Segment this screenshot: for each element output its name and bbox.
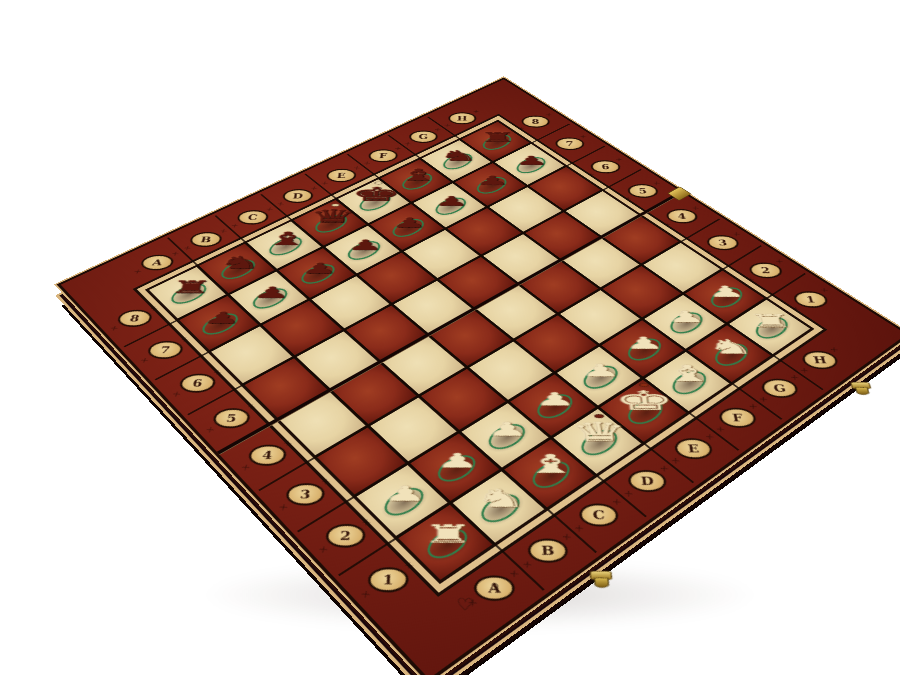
rank-label-left-3-oval: 3: [284, 483, 325, 505]
white-pawn-glyph: ♟: [693, 284, 759, 299]
rank-label-right-5-oval: 5: [626, 184, 658, 198]
piece-black-pawn-e7[interactable]: ♟: [379, 207, 439, 228]
file-label-far-a-oval: A: [139, 255, 175, 270]
rank-label-right-8-oval: 8: [521, 116, 550, 128]
file-label-far-e-oval: E: [325, 169, 356, 182]
black-pawn-glyph: ♟: [464, 174, 522, 187]
rank-label-left-8-oval: 8: [115, 310, 153, 327]
rank-label-left-7-oval: 7: [145, 341, 183, 359]
file-label-far-d-oval: D: [281, 189, 313, 203]
curl-decoration-icon: ɔ: [491, 579, 500, 593]
piece-black-knight-b8[interactable]: ♞: [208, 247, 274, 270]
rank-label-right-6-oval: 6: [590, 160, 621, 173]
piece-black-pawn-b7[interactable]: ♟: [239, 275, 306, 299]
piece-black-king-e8[interactable]: ♚: [346, 182, 406, 202]
file-label-near-b-oval: B: [527, 539, 568, 563]
file-label-far-f-oval: F: [368, 149, 398, 162]
piece-black-pawn-f7[interactable]: ♟: [422, 186, 481, 206]
perspective-scene: AA88BB77CC66DD55EE44FF33GG22HH11 ♡ɔ ♜♞♝♛…: [0, 0, 900, 675]
file-label-far-h-oval: H: [448, 112, 476, 124]
file-label-near-d-oval: D: [626, 470, 666, 492]
brass-latch-icon: [848, 382, 873, 395]
file-label-far-g-oval: G: [408, 130, 437, 142]
black-queen-finial: [331, 204, 340, 207]
chess-set-photo: AA88BB77CC66DD55EE44FF33GG22HH11 ♡ɔ ♜♞♝♛…: [0, 0, 900, 675]
black-knight-glyph: ♞: [430, 149, 486, 163]
rank-label-left-6-oval: 6: [177, 374, 216, 393]
piece-black-pawn-g7[interactable]: ♟: [464, 166, 521, 186]
rank-label-left-2-oval: 2: [324, 524, 365, 548]
black-pawn-glyph: ♟: [503, 155, 560, 167]
piece-white-pawn-h2[interactable]: ♟: [691, 274, 759, 298]
rank-label-right-7-oval: 7: [554, 137, 584, 149]
black-pawn-glyph: ♟: [422, 195, 481, 208]
rank-label-right-4-oval: 4: [665, 209, 698, 223]
rank-label-left-1-oval: 1: [366, 567, 408, 592]
piece-black-bishop-f8[interactable]: ♝: [389, 162, 447, 181]
piece-black-pawn-c7[interactable]: ♟: [288, 252, 352, 275]
rank-label-left-4-oval: 4: [247, 445, 287, 466]
piece-black-knight-g8[interactable]: ♞: [430, 143, 486, 162]
latch-hook: [855, 387, 870, 395]
heart-decoration-icon: ♡: [456, 595, 474, 615]
rank-label-left-7: 7: [126, 323, 204, 377]
black-pawn-glyph: ♟: [379, 216, 439, 230]
piece-black-pawn-d7[interactable]: ♟: [334, 229, 396, 251]
black-pawn-glyph: ♟: [239, 285, 305, 300]
rank-label-right-3-oval: 3: [705, 235, 739, 250]
piece-black-pawn-h7[interactable]: ♟: [503, 147, 560, 166]
file-label-near-f-oval: F: [717, 408, 757, 428]
file-label-near-a-oval: A: [473, 575, 514, 600]
piece-black-rook-a8[interactable]: ♜: [158, 270, 226, 294]
file-label-near-c-oval: C: [578, 503, 619, 526]
piece-black-bishop-c8[interactable]: ♝: [256, 225, 320, 247]
black-pawn-glyph: ♟: [334, 238, 396, 252]
black-queen-glyph: ♛: [302, 207, 363, 226]
piece-black-queen-d8[interactable]: ♛: [302, 203, 364, 224]
file-label-near-e-oval: E: [673, 438, 713, 459]
rank-label-left-8: 8: [96, 293, 172, 345]
latch-hook: [594, 578, 610, 588]
file-label-far-c-oval: C: [236, 210, 269, 224]
black-rook-glyph: ♜: [470, 130, 525, 143]
black-rook-glyph: ♜: [157, 278, 224, 295]
brass-latch-icon: [587, 571, 613, 588]
piece-black-rook-h8[interactable]: ♜: [470, 124, 525, 142]
black-king-glyph: ♚: [346, 185, 406, 204]
rank-label-left-5-oval: 5: [211, 408, 250, 428]
black-pawn-glyph: ♟: [287, 261, 351, 276]
black-knight-glyph: ♞: [208, 254, 273, 271]
black-bishop-glyph: ♝: [256, 230, 319, 248]
file-label-far-b-oval: B: [188, 232, 222, 247]
file-label-near-h-oval: H: [800, 351, 839, 369]
chess-board: AA88BB77CC66DD55EE44FF33GG22HH11 ♡ɔ ♜♞♝♛…: [57, 77, 900, 675]
black-bishop-glyph: ♝: [389, 167, 447, 183]
black-king-finial: [374, 182, 382, 185]
file-label-near-g-oval: G: [759, 379, 799, 398]
